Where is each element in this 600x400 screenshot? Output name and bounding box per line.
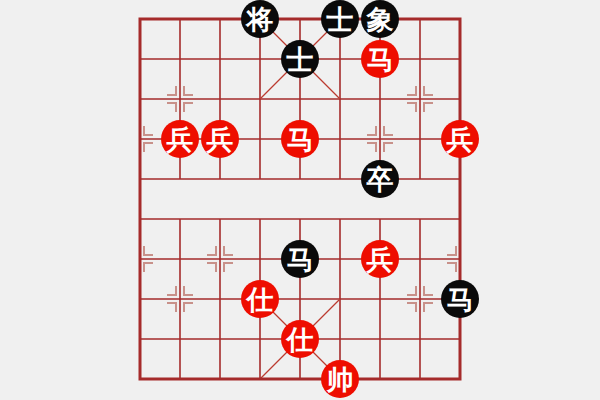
app-background: 将士象士马兵兵马兵卒马兵仕马仕帅 [0,0,600,400]
piece-black-elephant[interactable]: 象 [361,0,399,38]
piece-red-soldier[interactable]: 兵 [201,120,239,158]
piece-black-soldier[interactable]: 卒 [361,160,399,198]
piece-red-horse[interactable]: 马 [361,40,399,78]
xiangqi-board: 将士象士马兵兵马兵卒马兵仕马仕帅 [120,0,480,399]
piece-red-soldier[interactable]: 兵 [161,120,199,158]
piece-black-horse[interactable]: 马 [281,240,319,278]
piece-red-horse[interactable]: 马 [281,120,319,158]
piece-black-horse[interactable]: 马 [441,280,479,318]
piece-red-advisor[interactable]: 仕 [281,320,319,358]
piece-red-soldier[interactable]: 兵 [441,120,479,158]
piece-red-advisor[interactable]: 仕 [241,280,279,318]
piece-black-advisor[interactable]: 士 [281,40,319,78]
board-grid: 将士象士马兵兵马兵卒马兵仕马仕帅 [120,0,480,399]
piece-red-soldier[interactable]: 兵 [361,240,399,278]
piece-black-advisor[interactable]: 士 [321,0,359,38]
piece-black-general[interactable]: 将 [241,0,279,38]
piece-red-general[interactable]: 帅 [321,360,359,398]
